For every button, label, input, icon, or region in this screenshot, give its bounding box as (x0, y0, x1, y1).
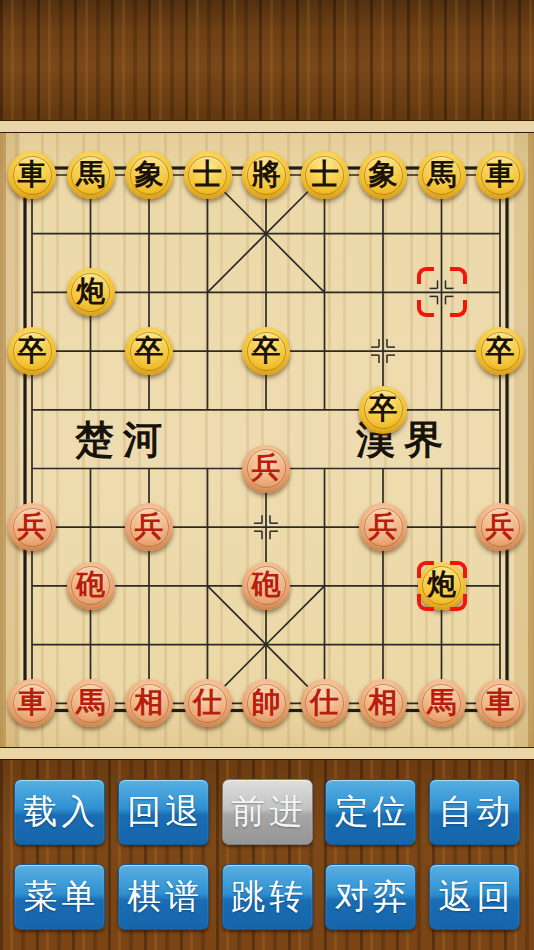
locate-button[interactable]: 定位 (325, 779, 416, 845)
piece-red-soldier[interactable]: 兵 (125, 503, 173, 551)
piece-red-soldier[interactable]: 兵 (242, 445, 290, 493)
piece-red-general[interactable]: 帥 (242, 679, 290, 727)
piece-black-cannon[interactable]: 炮 (67, 268, 115, 316)
piece-character: 象 (135, 160, 164, 189)
piece-black-horse[interactable]: 馬 (67, 151, 115, 199)
piece-character: 相 (135, 688, 164, 717)
piece-black-soldier[interactable]: 卒 (242, 327, 290, 375)
piece-red-horse[interactable]: 馬 (67, 679, 115, 727)
piece-red-soldier[interactable]: 兵 (359, 503, 407, 551)
piece-character: 兵 (252, 453, 281, 482)
xiangqi-board[interactable]: 楚河 漢界 車馬象士將士象馬車炮卒卒卒卒卒兵兵兵兵兵砲砲炮車馬相仕帥仕相馬車 (0, 133, 534, 747)
piece-black-general[interactable]: 將 (242, 151, 290, 199)
play-button[interactable]: 对弈 (325, 864, 416, 930)
xiangqi-app: 楚河 漢界 車馬象士將士象馬車炮卒卒卒卒卒兵兵兵兵兵砲砲炮車馬相仕帥仕相馬車 载… (0, 0, 534, 950)
jump-button[interactable]: 跳转 (222, 864, 313, 930)
piece-character: 兵 (369, 512, 398, 541)
piece-character: 兵 (486, 512, 515, 541)
piece-character: 車 (18, 160, 47, 189)
brass-rivet-strip-bottom (0, 747, 534, 760)
back-button[interactable]: 返回 (429, 864, 520, 930)
piece-character: 車 (18, 688, 47, 717)
piece-character: 卒 (369, 394, 398, 423)
toolbar-row-1: 载入回退前进定位自动 (0, 779, 534, 845)
piece-black-advisor[interactable]: 士 (301, 151, 349, 199)
piece-black-soldier[interactable]: 卒 (125, 327, 173, 375)
river-label-left: 楚河 (75, 413, 171, 467)
piece-character: 卒 (486, 336, 515, 365)
record-button[interactable]: 棋谱 (118, 864, 209, 930)
piece-character: 卒 (135, 336, 164, 365)
piece-red-cannon[interactable]: 砲 (67, 562, 115, 610)
piece-character: 車 (486, 160, 515, 189)
piece-black-elephant[interactable]: 象 (359, 151, 407, 199)
piece-character: 仕 (310, 688, 339, 717)
piece-red-chariot[interactable]: 車 (8, 679, 56, 727)
piece-character: 仕 (193, 688, 222, 717)
piece-black-soldier[interactable]: 卒 (359, 386, 407, 434)
piece-red-chariot[interactable]: 車 (476, 679, 524, 727)
brass-rivet-strip-top (0, 120, 534, 133)
piece-red-elephant[interactable]: 相 (359, 679, 407, 727)
piece-red-advisor[interactable]: 仕 (184, 679, 232, 727)
piece-red-cannon[interactable]: 砲 (242, 562, 290, 610)
piece-character: 卒 (18, 336, 47, 365)
piece-black-elephant[interactable]: 象 (125, 151, 173, 199)
piece-character: 士 (310, 160, 339, 189)
piece-black-soldier[interactable]: 卒 (8, 327, 56, 375)
piece-black-advisor[interactable]: 士 (184, 151, 232, 199)
piece-black-soldier[interactable]: 卒 (476, 327, 524, 375)
piece-character: 馬 (427, 160, 456, 189)
piece-character: 帥 (252, 688, 281, 717)
piece-character: 將 (252, 160, 281, 189)
piece-character: 砲 (76, 570, 105, 599)
piece-red-advisor[interactable]: 仕 (301, 679, 349, 727)
forward-button[interactable]: 前进 (222, 779, 313, 845)
piece-character: 車 (486, 688, 515, 717)
toolbar-row-2: 菜单棋谱跳转对弈返回 (0, 864, 534, 930)
piece-black-cannon[interactable]: 炮 (418, 562, 466, 610)
piece-character: 士 (193, 160, 222, 189)
piece-character: 馬 (76, 688, 105, 717)
piece-character: 砲 (252, 570, 281, 599)
undo-button[interactable]: 回退 (118, 779, 209, 845)
piece-red-horse[interactable]: 馬 (418, 679, 466, 727)
piece-character: 炮 (427, 570, 456, 599)
header-wood-panel (0, 0, 534, 120)
piece-black-horse[interactable]: 馬 (418, 151, 466, 199)
piece-red-elephant[interactable]: 相 (125, 679, 173, 727)
piece-character: 兵 (18, 512, 47, 541)
menu-button[interactable]: 菜单 (14, 864, 105, 930)
piece-character: 炮 (76, 277, 105, 306)
piece-character: 兵 (135, 512, 164, 541)
piece-red-soldier[interactable]: 兵 (8, 503, 56, 551)
piece-character: 象 (369, 160, 398, 189)
piece-black-chariot[interactable]: 車 (8, 151, 56, 199)
piece-character: 馬 (76, 160, 105, 189)
piece-character: 卒 (252, 336, 281, 365)
piece-red-soldier[interactable]: 兵 (476, 503, 524, 551)
piece-black-chariot[interactable]: 車 (476, 151, 524, 199)
piece-character: 相 (369, 688, 398, 717)
auto-button[interactable]: 自动 (429, 779, 520, 845)
piece-character: 馬 (427, 688, 456, 717)
load-button[interactable]: 载入 (14, 779, 105, 845)
